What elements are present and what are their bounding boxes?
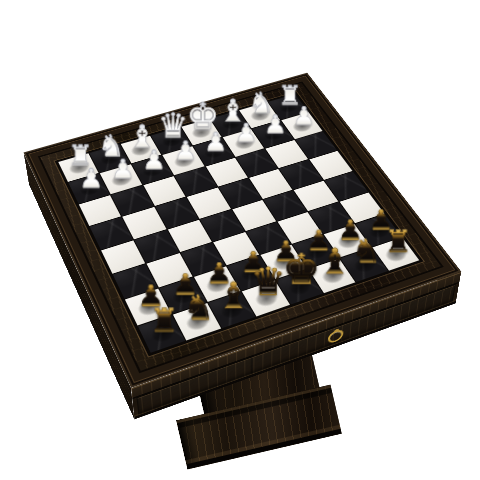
chess-board: ♜♞♝♛♚♝♞♜♟♟♟♟♟♟♟♟♟♟♟♟♟♟♟♟♜♞♝♛♚♝♞♜ <box>24 73 462 388</box>
chess-set-photo: ♜♞♝♛♚♝♞♜♟♟♟♟♟♟♟♟♟♟♟♟♟♟♟♟♜♞♝♛♚♝♞♜ <box>0 0 480 480</box>
square-f4 <box>263 190 307 221</box>
piece-gold-rook-a1: ♜ <box>137 305 190 337</box>
drawer-ring-pull-icon <box>327 328 343 344</box>
board-3d-stage: ♜♞♝♛♚♝♞♜♟♟♟♟♟♟♟♟♟♟♟♟♟♟♟♟♜♞♝♛♚♝♞♜ <box>65 43 397 375</box>
piece-silver-pawn-a7: ♟ <box>67 165 114 192</box>
